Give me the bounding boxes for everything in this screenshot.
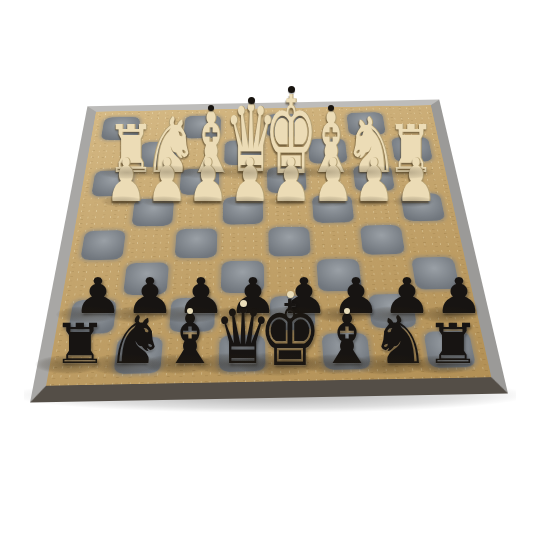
white-bishop-c-finial <box>208 105 214 111</box>
black-bishop-c-finial <box>187 308 193 314</box>
white-pawn-6-shadow <box>308 196 351 207</box>
white-pawn-1-shadow <box>101 196 144 207</box>
white-king-finial <box>288 86 295 93</box>
white-pawn-7-shadow <box>349 196 392 207</box>
white-queen-finial <box>248 97 255 104</box>
white-pawn-2-shadow <box>142 196 185 207</box>
white-bishop-f-finial <box>328 105 334 111</box>
white-rook-h-shadow <box>380 166 434 179</box>
black-king-finial <box>287 291 294 298</box>
chess-set-photo: ♜♞♝♛♚♝♞♜♟♟♟♟♟♟♟♟♟♟♟♟♟♟♟♟♜♞♝♛♚♝♞♜ <box>0 0 533 533</box>
pieces-layer: ♜♞♝♛♚♝♞♜♟♟♟♟♟♟♟♟♟♟♟♟♟♟♟♟♜♞♝♛♚♝♞♜ <box>0 0 533 533</box>
black-rook-h-shadow <box>408 355 475 374</box>
white-pawn-3-shadow <box>183 196 226 207</box>
white-pawn-4-shadow <box>225 196 268 207</box>
black-queen-finial <box>240 300 247 307</box>
black-pawn-7-shadow <box>365 306 425 323</box>
white-pawn-5-shadow <box>266 196 309 207</box>
black-pawn-5-shadow <box>262 306 322 323</box>
black-pawn-1-shadow <box>56 306 116 323</box>
white-pawn-8-shadow <box>391 196 434 207</box>
black-bishop-f-finial <box>344 308 350 314</box>
black-pawn-8-shadow <box>417 306 477 323</box>
